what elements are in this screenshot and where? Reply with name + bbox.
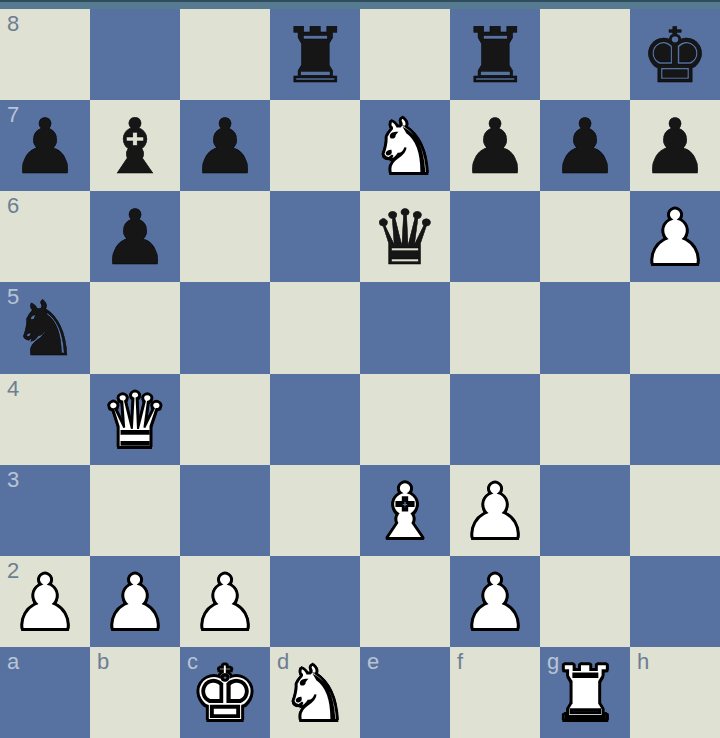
piece-white-pawn: ♟ [641, 192, 709, 283]
piece-black-queen: ♛ [371, 192, 439, 283]
square-h6[interactable]: ♟ [630, 191, 720, 282]
square-f5[interactable] [450, 282, 540, 373]
square-e5[interactable] [360, 282, 450, 373]
square-f1[interactable]: f [450, 647, 540, 738]
piece-black-pawn: ♟ [191, 101, 259, 192]
square-f2[interactable]: ♟ [450, 556, 540, 647]
piece-white-bishop: ♝ [371, 466, 439, 557]
chess-board: 8♜♜♚7♟♝♟♞♟♟♟6♟♛♟5♞4♛3♝♟2♟♟♟♟abc♚d♞efg♜h [0, 9, 720, 738]
square-d3[interactable] [270, 465, 360, 556]
piece-black-pawn: ♟ [11, 101, 79, 192]
square-f6[interactable] [450, 191, 540, 282]
piece-black-pawn: ♟ [641, 101, 709, 192]
square-g2[interactable] [540, 556, 630, 647]
rank-label-4: 4 [7, 375, 19, 403]
square-f8[interactable]: ♜ [450, 9, 540, 100]
square-g8[interactable] [540, 9, 630, 100]
square-h3[interactable] [630, 465, 720, 556]
square-b8[interactable] [90, 9, 180, 100]
piece-white-pawn: ♟ [101, 557, 169, 648]
square-d2[interactable] [270, 556, 360, 647]
square-a5[interactable]: 5♞ [0, 282, 90, 373]
square-h4[interactable] [630, 374, 720, 465]
square-b1[interactable]: b [90, 647, 180, 738]
square-g1[interactable]: g♜ [540, 647, 630, 738]
square-h8[interactable]: ♚ [630, 9, 720, 100]
square-f7[interactable]: ♟ [450, 100, 540, 191]
piece-white-pawn: ♟ [461, 557, 529, 648]
file-label-a: a [7, 648, 19, 676]
square-a2[interactable]: 2♟ [0, 556, 90, 647]
piece-white-king: ♚ [191, 648, 259, 738]
square-g5[interactable] [540, 282, 630, 373]
square-c7[interactable]: ♟ [180, 100, 270, 191]
square-b3[interactable] [90, 465, 180, 556]
piece-white-rook: ♜ [551, 648, 619, 738]
file-label-e: e [367, 648, 379, 676]
piece-black-knight: ♞ [11, 283, 79, 374]
square-d8[interactable]: ♜ [270, 9, 360, 100]
square-d6[interactable] [270, 191, 360, 282]
square-d7[interactable] [270, 100, 360, 191]
square-d5[interactable] [270, 282, 360, 373]
piece-black-rook: ♜ [281, 10, 349, 101]
file-label-h: h [637, 648, 649, 676]
square-f4[interactable] [450, 374, 540, 465]
piece-black-bishop: ♝ [101, 101, 169, 192]
rank-label-6: 6 [7, 192, 19, 220]
square-c3[interactable] [180, 465, 270, 556]
piece-white-pawn: ♟ [461, 466, 529, 557]
square-e1[interactable]: e [360, 647, 450, 738]
piece-white-pawn: ♟ [11, 557, 79, 648]
square-h7[interactable]: ♟ [630, 100, 720, 191]
square-e6[interactable]: ♛ [360, 191, 450, 282]
square-g3[interactable] [540, 465, 630, 556]
status-bar [0, 0, 720, 9]
square-a8[interactable]: 8 [0, 9, 90, 100]
square-c1[interactable]: c♚ [180, 647, 270, 738]
square-a4[interactable]: 4 [0, 374, 90, 465]
rank-label-3: 3 [7, 466, 19, 494]
square-h5[interactable] [630, 282, 720, 373]
square-h1[interactable]: h [630, 647, 720, 738]
square-a7[interactable]: 7♟ [0, 100, 90, 191]
square-b7[interactable]: ♝ [90, 100, 180, 191]
square-a1[interactable]: a [0, 647, 90, 738]
square-c6[interactable] [180, 191, 270, 282]
square-f3[interactable]: ♟ [450, 465, 540, 556]
square-c5[interactable] [180, 282, 270, 373]
square-b5[interactable] [90, 282, 180, 373]
piece-black-pawn: ♟ [101, 192, 169, 283]
square-e3[interactable]: ♝ [360, 465, 450, 556]
piece-white-pawn: ♟ [191, 557, 259, 648]
square-b4[interactable]: ♛ [90, 374, 180, 465]
square-b2[interactable]: ♟ [90, 556, 180, 647]
square-g7[interactable]: ♟ [540, 100, 630, 191]
square-h2[interactable] [630, 556, 720, 647]
square-d4[interactable] [270, 374, 360, 465]
square-e8[interactable] [360, 9, 450, 100]
piece-black-pawn: ♟ [461, 101, 529, 192]
square-e4[interactable] [360, 374, 450, 465]
piece-black-pawn: ♟ [551, 101, 619, 192]
square-b6[interactable]: ♟ [90, 191, 180, 282]
square-e2[interactable] [360, 556, 450, 647]
square-g4[interactable] [540, 374, 630, 465]
square-a6[interactable]: 6 [0, 191, 90, 282]
piece-white-knight: ♞ [281, 648, 349, 738]
rank-label-8: 8 [7, 10, 19, 38]
square-c8[interactable] [180, 9, 270, 100]
square-e7[interactable]: ♞ [360, 100, 450, 191]
square-c2[interactable]: ♟ [180, 556, 270, 647]
square-c4[interactable] [180, 374, 270, 465]
chess-app-screen: 8♜♜♚7♟♝♟♞♟♟♟6♟♛♟5♞4♛3♝♟2♟♟♟♟abc♚d♞efg♜h [0, 0, 720, 738]
square-a3[interactable]: 3 [0, 465, 90, 556]
piece-black-king: ♚ [641, 10, 709, 101]
square-d1[interactable]: d♞ [270, 647, 360, 738]
file-label-f: f [457, 648, 463, 676]
file-label-b: b [97, 648, 109, 676]
piece-white-knight: ♞ [371, 101, 439, 192]
piece-white-queen: ♛ [101, 375, 169, 466]
square-g6[interactable] [540, 191, 630, 282]
piece-black-rook: ♜ [461, 10, 529, 101]
